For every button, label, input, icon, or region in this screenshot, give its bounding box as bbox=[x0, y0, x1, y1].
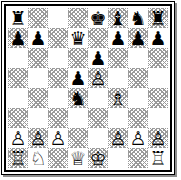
square-c5[interactable] bbox=[48, 68, 68, 88]
square-h3[interactable] bbox=[148, 108, 168, 128]
square-a5[interactable] bbox=[8, 68, 28, 88]
square-f2[interactable]: ♙ bbox=[108, 128, 128, 148]
square-g5[interactable] bbox=[128, 68, 148, 88]
square-h4[interactable] bbox=[148, 88, 168, 108]
square-h6[interactable] bbox=[148, 48, 168, 68]
square-f8[interactable]: ♝ bbox=[108, 8, 128, 28]
black-pawn-piece: ♟ bbox=[149, 28, 166, 48]
square-b8[interactable] bbox=[28, 8, 48, 28]
square-g8[interactable]: ♞ bbox=[128, 8, 148, 28]
square-h7[interactable]: ♟ bbox=[148, 28, 168, 48]
black-queen-piece: ♛ bbox=[69, 28, 86, 48]
square-f6[interactable] bbox=[108, 48, 128, 68]
square-a4[interactable] bbox=[8, 88, 28, 108]
square-h1[interactable]: ♖ bbox=[148, 148, 168, 168]
black-pawn-piece: ♟ bbox=[29, 28, 46, 48]
square-c4[interactable] bbox=[48, 88, 68, 108]
square-f5[interactable] bbox=[108, 68, 128, 88]
square-c8[interactable] bbox=[48, 8, 68, 28]
white-pawn-piece: ♙ bbox=[49, 128, 66, 148]
square-b2[interactable]: ♙ bbox=[28, 128, 48, 148]
chess-board: ♜♚♝♞♜♟♟♛♟♟♟♟♟♙♞♗♙♙♙♙♙♙♖♘♕♔♖ bbox=[8, 8, 168, 168]
white-pawn-piece: ♙ bbox=[149, 128, 166, 148]
white-king-piece: ♔ bbox=[89, 148, 106, 168]
square-c2[interactable]: ♙ bbox=[48, 128, 68, 148]
square-e3[interactable] bbox=[88, 108, 108, 128]
square-e7[interactable] bbox=[88, 28, 108, 48]
square-d5[interactable]: ♟ bbox=[68, 68, 88, 88]
square-c6[interactable] bbox=[48, 48, 68, 68]
square-f7[interactable]: ♟ bbox=[108, 28, 128, 48]
square-e4[interactable] bbox=[88, 88, 108, 108]
square-h8[interactable]: ♜ bbox=[148, 8, 168, 28]
board-inner-frame: ♜♚♝♞♜♟♟♛♟♟♟♟♟♙♞♗♙♙♙♙♙♙♖♘♕♔♖ bbox=[4, 4, 172, 172]
square-g7[interactable]: ♟ bbox=[128, 28, 148, 48]
black-knight-piece: ♞ bbox=[129, 8, 146, 28]
white-pawn-piece: ♙ bbox=[89, 68, 106, 88]
square-f3[interactable] bbox=[108, 108, 128, 128]
square-a3[interactable] bbox=[8, 108, 28, 128]
square-c3[interactable] bbox=[48, 108, 68, 128]
square-e2[interactable] bbox=[88, 128, 108, 148]
square-d2[interactable] bbox=[68, 128, 88, 148]
white-queen-piece: ♕ bbox=[69, 148, 86, 168]
black-pawn-piece: ♟ bbox=[109, 28, 126, 48]
square-a6[interactable] bbox=[8, 48, 28, 68]
square-a2[interactable]: ♙ bbox=[8, 128, 28, 148]
square-e5[interactable]: ♙ bbox=[88, 68, 108, 88]
square-b1[interactable]: ♘ bbox=[28, 148, 48, 168]
square-d8[interactable] bbox=[68, 8, 88, 28]
black-pawn-piece: ♟ bbox=[9, 28, 26, 48]
square-h5[interactable] bbox=[148, 68, 168, 88]
square-g3[interactable] bbox=[128, 108, 148, 128]
square-g4[interactable] bbox=[128, 88, 148, 108]
white-knight-piece: ♘ bbox=[29, 148, 46, 168]
square-d6[interactable] bbox=[68, 48, 88, 68]
black-pawn-piece: ♟ bbox=[129, 28, 146, 48]
square-d7[interactable]: ♛ bbox=[68, 28, 88, 48]
black-rook-piece: ♜ bbox=[9, 8, 26, 28]
white-bishop-piece: ♗ bbox=[109, 88, 126, 108]
square-h2[interactable]: ♙ bbox=[148, 128, 168, 148]
square-a7[interactable]: ♟ bbox=[8, 28, 28, 48]
square-f4[interactable]: ♗ bbox=[108, 88, 128, 108]
square-e1[interactable]: ♔ bbox=[88, 148, 108, 168]
square-e8[interactable]: ♚ bbox=[88, 8, 108, 28]
black-knight-piece: ♞ bbox=[69, 88, 86, 108]
square-f1[interactable] bbox=[108, 148, 128, 168]
white-rook-piece: ♖ bbox=[9, 148, 26, 168]
square-d3[interactable] bbox=[68, 108, 88, 128]
black-pawn-piece: ♟ bbox=[69, 68, 86, 88]
black-rook-piece: ♜ bbox=[149, 8, 166, 28]
square-b3[interactable] bbox=[28, 108, 48, 128]
black-king-piece: ♚ bbox=[89, 8, 106, 28]
square-d1[interactable]: ♕ bbox=[68, 148, 88, 168]
white-pawn-piece: ♙ bbox=[9, 128, 26, 148]
white-pawn-piece: ♙ bbox=[109, 128, 126, 148]
white-rook-piece: ♖ bbox=[149, 148, 166, 168]
square-c7[interactable] bbox=[48, 28, 68, 48]
square-a1[interactable]: ♖ bbox=[8, 148, 28, 168]
board-outer-frame: ♜♚♝♞♜♟♟♛♟♟♟♟♟♙♞♗♙♙♙♙♙♙♖♘♕♔♖ bbox=[1, 1, 175, 175]
square-g1[interactable] bbox=[128, 148, 148, 168]
square-g2[interactable]: ♙ bbox=[128, 128, 148, 148]
square-g6[interactable] bbox=[128, 48, 148, 68]
square-b6[interactable] bbox=[28, 48, 48, 68]
square-a8[interactable]: ♜ bbox=[8, 8, 28, 28]
square-b4[interactable] bbox=[28, 88, 48, 108]
white-pawn-piece: ♙ bbox=[129, 128, 146, 148]
square-c1[interactable] bbox=[48, 148, 68, 168]
square-d4[interactable]: ♞ bbox=[68, 88, 88, 108]
white-pawn-piece: ♙ bbox=[29, 128, 46, 148]
square-b7[interactable]: ♟ bbox=[28, 28, 48, 48]
black-pawn-piece: ♟ bbox=[89, 48, 106, 68]
chess-diagram: ♜♚♝♞♜♟♟♛♟♟♟♟♟♙♞♗♙♙♙♙♙♙♖♘♕♔♖ bbox=[1, 1, 175, 175]
square-b5[interactable] bbox=[28, 68, 48, 88]
square-e6[interactable]: ♟ bbox=[88, 48, 108, 68]
black-bishop-piece: ♝ bbox=[109, 8, 126, 28]
